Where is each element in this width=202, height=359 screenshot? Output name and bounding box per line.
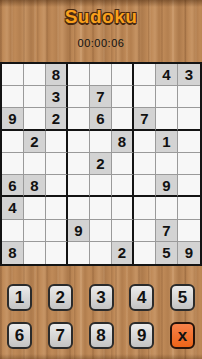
cell-r4c6[interactable]: 8 bbox=[112, 131, 134, 153]
cell-r8c2[interactable] bbox=[24, 220, 46, 242]
cell-r9c6[interactable]: 2 bbox=[112, 242, 134, 264]
app-title: Sudoku bbox=[0, 6, 202, 28]
cell-r4c1[interactable] bbox=[2, 131, 24, 153]
cell-r5c6[interactable] bbox=[112, 153, 134, 175]
keypad-row-1: 12345 bbox=[0, 284, 202, 311]
cell-r5c9[interactable] bbox=[178, 153, 200, 175]
cell-r3c6[interactable] bbox=[112, 108, 134, 130]
cell-r9c5[interactable] bbox=[90, 242, 112, 264]
cell-r1c4[interactable] bbox=[68, 64, 90, 86]
cell-r6c1[interactable]: 6 bbox=[2, 175, 24, 197]
cell-r1c1[interactable] bbox=[2, 64, 24, 86]
key-4[interactable]: 4 bbox=[129, 284, 154, 311]
cell-r2c4[interactable] bbox=[68, 86, 90, 108]
cell-r1c5[interactable] bbox=[90, 64, 112, 86]
cell-r4c7[interactable] bbox=[134, 131, 156, 153]
cell-r2c8[interactable] bbox=[156, 86, 178, 108]
cell-r7c7[interactable] bbox=[134, 197, 156, 219]
cell-r6c2[interactable]: 8 bbox=[24, 175, 46, 197]
cell-r4c5[interactable] bbox=[90, 131, 112, 153]
cell-r4c2[interactable]: 2 bbox=[24, 131, 46, 153]
key-7[interactable]: 7 bbox=[48, 322, 73, 349]
cell-r7c9[interactable] bbox=[178, 197, 200, 219]
cell-r7c4[interactable] bbox=[68, 197, 90, 219]
cell-r3c9[interactable] bbox=[178, 108, 200, 130]
cell-r6c5[interactable] bbox=[90, 175, 112, 197]
keypad-row-2: 6789x bbox=[0, 322, 202, 349]
cell-r2c6[interactable] bbox=[112, 86, 134, 108]
cell-r8c8[interactable]: 7 bbox=[156, 220, 178, 242]
cell-r7c5[interactable] bbox=[90, 197, 112, 219]
cell-r4c3[interactable] bbox=[46, 131, 68, 153]
cell-r7c3[interactable] bbox=[46, 197, 68, 219]
cell-r5c5[interactable]: 2 bbox=[90, 153, 112, 175]
key-6[interactable]: 6 bbox=[7, 322, 32, 349]
cell-r4c4[interactable] bbox=[68, 131, 90, 153]
cell-r3c1[interactable]: 9 bbox=[2, 108, 24, 130]
cell-r2c2[interactable] bbox=[24, 86, 46, 108]
cell-r7c2[interactable] bbox=[24, 197, 46, 219]
cell-r5c1[interactable] bbox=[2, 153, 24, 175]
cell-r9c9[interactable]: 9 bbox=[178, 242, 200, 264]
key-9[interactable]: 9 bbox=[129, 322, 154, 349]
cell-r8c9[interactable] bbox=[178, 220, 200, 242]
timer: 00:00:06 bbox=[0, 37, 202, 49]
cell-r3c8[interactable] bbox=[156, 108, 178, 130]
cell-r6c7[interactable] bbox=[134, 175, 156, 197]
cell-r7c1[interactable]: 4 bbox=[2, 197, 24, 219]
cell-r9c8[interactable]: 5 bbox=[156, 242, 178, 264]
cell-r1c8[interactable]: 4 bbox=[156, 64, 178, 86]
cell-r1c3[interactable]: 8 bbox=[46, 64, 68, 86]
cell-r9c4[interactable] bbox=[68, 242, 90, 264]
cell-r5c3[interactable] bbox=[46, 153, 68, 175]
cell-r8c3[interactable] bbox=[46, 220, 68, 242]
cell-r6c8[interactable]: 9 bbox=[156, 175, 178, 197]
key-8[interactable]: 8 bbox=[89, 322, 114, 349]
cell-r2c1[interactable] bbox=[2, 86, 24, 108]
cell-r2c3[interactable]: 3 bbox=[46, 86, 68, 108]
key-5[interactable]: 5 bbox=[170, 284, 195, 311]
cell-r2c9[interactable] bbox=[178, 86, 200, 108]
sudoku-board: 84337926728126894978259 bbox=[0, 62, 202, 266]
cell-r5c7[interactable] bbox=[134, 153, 156, 175]
cell-r3c4[interactable] bbox=[68, 108, 90, 130]
cell-r3c3[interactable]: 2 bbox=[46, 108, 68, 130]
cell-r7c6[interactable] bbox=[112, 197, 134, 219]
cell-r2c7[interactable] bbox=[134, 86, 156, 108]
cell-r6c3[interactable] bbox=[46, 175, 68, 197]
key-1[interactable]: 1 bbox=[7, 284, 32, 311]
cell-r3c2[interactable] bbox=[24, 108, 46, 130]
cell-r1c7[interactable] bbox=[134, 64, 156, 86]
cell-r6c4[interactable] bbox=[68, 175, 90, 197]
app-background: Sudoku 00:00:06 84337926728126894978259 … bbox=[0, 0, 202, 359]
cell-r1c2[interactable] bbox=[24, 64, 46, 86]
cell-r5c2[interactable] bbox=[24, 153, 46, 175]
key-2[interactable]: 2 bbox=[48, 284, 73, 311]
cell-r9c7[interactable] bbox=[134, 242, 156, 264]
cell-r5c4[interactable] bbox=[68, 153, 90, 175]
cell-r8c5[interactable] bbox=[90, 220, 112, 242]
cell-r8c6[interactable] bbox=[112, 220, 134, 242]
key-3[interactable]: 3 bbox=[89, 284, 114, 311]
cell-r9c3[interactable] bbox=[46, 242, 68, 264]
cell-r8c1[interactable] bbox=[2, 220, 24, 242]
cell-r2c5[interactable]: 7 bbox=[90, 86, 112, 108]
cell-r9c1[interactable]: 8 bbox=[2, 242, 24, 264]
cell-r8c7[interactable] bbox=[134, 220, 156, 242]
cell-r4c9[interactable] bbox=[178, 131, 200, 153]
erase-button[interactable]: x bbox=[170, 322, 195, 349]
cell-r7c8[interactable] bbox=[156, 197, 178, 219]
cell-r5c8[interactable] bbox=[156, 153, 178, 175]
cell-r3c5[interactable]: 6 bbox=[90, 108, 112, 130]
cell-r6c6[interactable] bbox=[112, 175, 134, 197]
cell-r4c8[interactable]: 1 bbox=[156, 131, 178, 153]
cell-r1c6[interactable] bbox=[112, 64, 134, 86]
cell-r8c4[interactable]: 9 bbox=[68, 220, 90, 242]
cell-r6c9[interactable] bbox=[178, 175, 200, 197]
cell-r1c9[interactable]: 3 bbox=[178, 64, 200, 86]
cell-r3c7[interactable]: 7 bbox=[134, 108, 156, 130]
cell-r9c2[interactable] bbox=[24, 242, 46, 264]
